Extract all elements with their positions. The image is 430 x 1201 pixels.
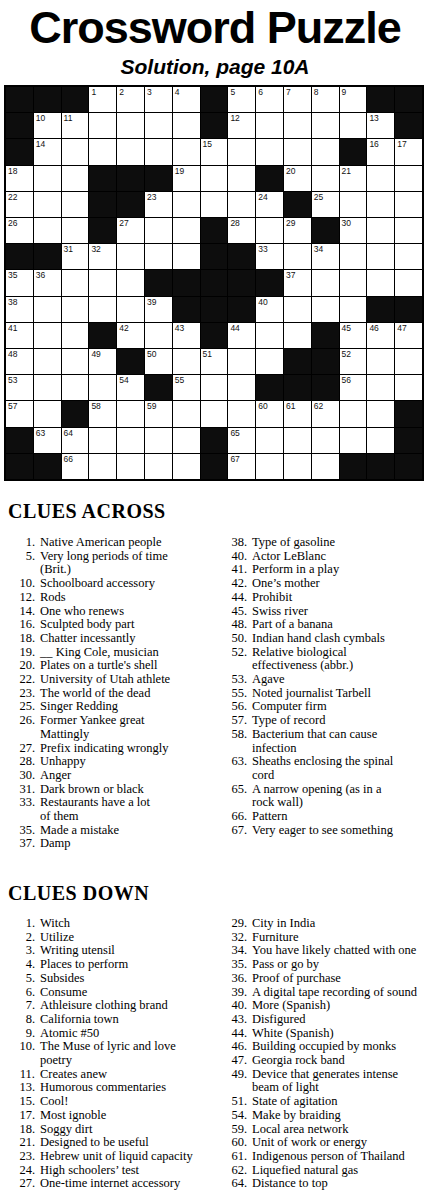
- clue-down-49: 49.Device that generates intensebeam of …: [222, 1068, 430, 1095]
- grid-cell-r1c7[interactable]: 4: [173, 87, 200, 112]
- grid-cell-r3c5[interactable]: [117, 139, 144, 164]
- grid-cell-r9c9: [228, 297, 255, 322]
- grid-cell-r2c4[interactable]: [89, 113, 116, 138]
- clue-number: 30.: [10, 769, 35, 783]
- grid-cell-r8c7: [173, 270, 200, 295]
- grid-cell-r8c1[interactable]: 35: [6, 270, 33, 295]
- clue-number: 14.: [10, 605, 35, 619]
- clue-across-26: 26.Former Yankee greatMattingly: [10, 714, 216, 741]
- clue-down-60: 60.Unit of work or energy: [222, 1136, 430, 1150]
- grid-cell-r1c4[interactable]: 1: [89, 87, 116, 112]
- grid-cell-r2c9[interactable]: 12: [228, 113, 255, 138]
- grid-cell-r3c2[interactable]: 14: [34, 139, 61, 164]
- clue-text: One’s mother: [252, 577, 430, 591]
- grid-cell-r10c10[interactable]: [256, 323, 283, 348]
- clue-text: State of agitation: [252, 1095, 430, 1109]
- clue-text: Pass or go by: [252, 958, 430, 972]
- grid-cell-r10c2[interactable]: [34, 323, 61, 348]
- grid-cell-r11c4[interactable]: 49: [89, 349, 116, 374]
- grid-cell-r5c6[interactable]: 23: [145, 192, 172, 217]
- grid-cell-r1c10[interactable]: 6: [256, 87, 283, 112]
- grid-cell-r14c5[interactable]: [117, 428, 144, 453]
- clue-text: Very long periods of time(Brit.): [40, 550, 216, 577]
- grid-cell-r10c5[interactable]: 42: [117, 323, 144, 348]
- grid-cell-r6c9[interactable]: 28: [228, 218, 255, 243]
- clue-down-39: 39.A digital tape recording of sound: [222, 986, 430, 1000]
- grid-cell-r11c10[interactable]: [256, 349, 283, 374]
- grid-cell-r2c11[interactable]: [284, 113, 311, 138]
- grid-cell-r15c7[interactable]: [173, 454, 200, 479]
- grid-cell-r13c10[interactable]: 60: [256, 401, 283, 426]
- clue-down-29: 29.City in India: [222, 917, 430, 931]
- grid-cell-r8c14[interactable]: [367, 270, 394, 295]
- grid-cell-r4c2[interactable]: [34, 166, 61, 191]
- grid-cell-r7c15[interactable]: [395, 244, 422, 269]
- cell-number: 10: [36, 113, 45, 123]
- grid-cell-r4c11[interactable]: 20: [284, 166, 311, 191]
- clue-number: 53.: [222, 673, 247, 687]
- grid-cell-r15c4[interactable]: [89, 454, 116, 479]
- clue-text: Chatter incessantly: [40, 632, 216, 646]
- grid-cell-r13c9[interactable]: [228, 401, 255, 426]
- grid-cell-r12c4[interactable]: [89, 375, 116, 400]
- grid-cell-r13c8[interactable]: [201, 401, 228, 426]
- grid-cell-r2c2[interactable]: 10: [34, 113, 61, 138]
- cell-number: 41: [8, 323, 17, 333]
- grid-cell-r2c6[interactable]: [145, 113, 172, 138]
- cell-number: 55: [175, 375, 184, 385]
- grid-cell-r9c4[interactable]: [89, 297, 116, 322]
- grid-cell-r14c4[interactable]: [89, 428, 116, 453]
- cell-number: 16: [369, 139, 378, 149]
- clue-text: You have likely chatted with one: [252, 944, 430, 958]
- cell-number: 61: [286, 401, 295, 411]
- clue-number: 52.: [222, 646, 247, 673]
- grid-cell-r6c3[interactable]: [62, 218, 89, 243]
- grid-cell-r2c14[interactable]: 13: [367, 113, 394, 138]
- cell-number: 48: [8, 349, 17, 359]
- cell-number: 26: [8, 218, 17, 228]
- grid-cell-r12c15[interactable]: [395, 375, 422, 400]
- grid-cell-r11c6[interactable]: 50: [145, 349, 172, 374]
- clue-down-51: 51.State of agitation: [222, 1095, 430, 1109]
- grid-cell-r13c14[interactable]: [367, 401, 394, 426]
- grid-cell-r6c14[interactable]: [367, 218, 394, 243]
- grid-cell-r14c11[interactable]: [284, 428, 311, 453]
- clue-across-53: 53.Agave: [222, 673, 430, 687]
- grid-cell-r12c3[interactable]: [62, 375, 89, 400]
- cell-number: 63: [36, 428, 45, 438]
- grid-cell-r9c2[interactable]: [34, 297, 61, 322]
- grid-cell-r15c12[interactable]: [312, 454, 339, 479]
- grid-cell-r10c9[interactable]: 44: [228, 323, 255, 348]
- grid-cell-r9c11[interactable]: [284, 297, 311, 322]
- clue-text: Furniture: [252, 931, 430, 945]
- clue-text: Anger: [40, 769, 216, 783]
- clue-text: Unit of work or energy: [252, 1136, 430, 1150]
- grid-cell-r7c13[interactable]: [340, 244, 367, 269]
- clue-text: Type of record: [252, 714, 430, 728]
- grid-cell-r7c10[interactable]: 33: [256, 244, 283, 269]
- grid-cell-r14c3[interactable]: 64: [62, 428, 89, 453]
- clue-number: 41.: [222, 563, 247, 577]
- grid-cell-r3c7[interactable]: [173, 139, 200, 164]
- clue-text: Utilize: [40, 931, 216, 945]
- cell-number: 29: [286, 218, 295, 228]
- grid-cell-r8c9: [228, 270, 255, 295]
- grid-cell-r2c13[interactable]: [340, 113, 367, 138]
- clue-text: Distance to top: [252, 1177, 430, 1191]
- grid-cell-r15c5[interactable]: [117, 454, 144, 479]
- clue-number: 51.: [222, 1095, 247, 1109]
- grid-cell-r7c12[interactable]: 34: [312, 244, 339, 269]
- grid-cell-r2c3[interactable]: 11: [62, 113, 89, 138]
- clue-across-55: 55.Noted journalist Tarbell: [222, 687, 430, 701]
- grid-cell-r9c13[interactable]: [340, 297, 367, 322]
- grid-cell-r5c3[interactable]: [62, 192, 89, 217]
- clue-across-14: 14.One who renews: [10, 605, 216, 619]
- grid-cell-r13c12[interactable]: 62: [312, 401, 339, 426]
- grid-cell-r9c15: [395, 297, 422, 322]
- clue-across-67: 67.Very eager to see something: [222, 824, 430, 838]
- grid-cell-r3c3[interactable]: [62, 139, 89, 164]
- grid-cell-r10c3[interactable]: [62, 323, 89, 348]
- clue-down-44: 44.White (Spanish): [222, 1027, 430, 1041]
- grid-cell-r9c5[interactable]: [117, 297, 144, 322]
- grid-cell-r14c6[interactable]: [145, 428, 172, 453]
- grid-cell-r14c13[interactable]: [340, 428, 367, 453]
- clue-text: Restaurants have a lotof them: [40, 796, 216, 823]
- grid-cell-r15c15: [395, 454, 422, 479]
- grid-cell-r4c3[interactable]: [62, 166, 89, 191]
- grid-cell-r7c6[interactable]: [145, 244, 172, 269]
- clue-across-16: 16.Sculpted body part: [10, 618, 216, 632]
- grid-cell-r3c4[interactable]: [89, 139, 116, 164]
- clue-number: 59.: [222, 1123, 247, 1137]
- grid-cell-r3c9[interactable]: [228, 139, 255, 164]
- grid-cell-r8c15[interactable]: [395, 270, 422, 295]
- clue-number: 24.: [10, 1164, 35, 1178]
- grid-cell-r11c9[interactable]: [228, 349, 255, 374]
- clue-text: Local area network: [252, 1123, 430, 1137]
- grid-cell-r8c2[interactable]: 36: [34, 270, 61, 295]
- clue-text: California town: [40, 1013, 216, 1027]
- clue-number: 62.: [222, 1164, 247, 1178]
- grid-cell-r6c13[interactable]: 30: [340, 218, 367, 243]
- clue-number: 37.: [10, 837, 35, 851]
- grid-cell-r11c2[interactable]: [34, 349, 61, 374]
- clue-down-62: 62.Liquefied natural gas: [222, 1164, 430, 1178]
- cell-number: 23: [147, 192, 156, 202]
- grid-cell-r8c6: [145, 270, 172, 295]
- grid-cell-r11c3[interactable]: [62, 349, 89, 374]
- grid-cell-r3c6[interactable]: [145, 139, 172, 164]
- grid-cell-r1c15: [395, 87, 422, 112]
- grid-cell-r14c9[interactable]: 65: [228, 428, 255, 453]
- clue-number: 31.: [10, 783, 35, 797]
- clue-text: Georgia rock band: [252, 1054, 430, 1068]
- grid-cell-r13c1[interactable]: 57: [6, 401, 33, 426]
- grid-cell-r2c12[interactable]: [312, 113, 339, 138]
- grid-cell-r7c8: [201, 244, 228, 269]
- grid-cell-r1c5[interactable]: 2: [117, 87, 144, 112]
- grid-cell-r5c14[interactable]: [367, 192, 394, 217]
- cell-number: 52: [342, 349, 351, 359]
- grid-cell-r13c2[interactable]: [34, 401, 61, 426]
- clue-text: Building occupied by monks: [252, 1040, 430, 1054]
- clue-number: 33.: [10, 796, 35, 823]
- grid-cell-r10c7[interactable]: 43: [173, 323, 200, 348]
- grid-cell-r4c15[interactable]: [395, 166, 422, 191]
- grid-cell-r5c12[interactable]: 25: [312, 192, 339, 217]
- clue-number: 35.: [222, 958, 247, 972]
- cell-number: 24: [258, 192, 267, 202]
- grid-cell-r13c11[interactable]: 61: [284, 401, 311, 426]
- grid-cell-r11c8[interactable]: 51: [201, 349, 228, 374]
- grid-cell-r11c12: [312, 349, 339, 374]
- clue-down-54: 54.Make by braiding: [222, 1109, 430, 1123]
- clue-down-59: 59.Local area network: [222, 1123, 430, 1137]
- grid-cell-r14c14[interactable]: [367, 428, 394, 453]
- grid-cell-r10c13[interactable]: 45: [340, 323, 367, 348]
- clue-text: Perform in a play: [252, 563, 430, 577]
- cell-number: 9: [342, 87, 347, 97]
- grid-cell-r4c14[interactable]: [367, 166, 394, 191]
- grid-cell-r1c13[interactable]: 9: [340, 87, 367, 112]
- cell-number: 57: [8, 401, 17, 411]
- grid-cell-r6c2[interactable]: [34, 218, 61, 243]
- cell-number: 27: [119, 218, 128, 228]
- grid-cell-r4c13[interactable]: 21: [340, 166, 367, 191]
- cell-number: 65: [230, 428, 239, 438]
- grid-cell-r9c8: [201, 297, 228, 322]
- grid-cell-r2c5[interactable]: [117, 113, 144, 138]
- clue-number: 19.: [10, 646, 35, 660]
- grid-cell-r10c14[interactable]: 46: [367, 323, 394, 348]
- grid-cell-r1c12[interactable]: 8: [312, 87, 339, 112]
- grid-cell-r15c10[interactable]: [256, 454, 283, 479]
- grid-cell-r13c13[interactable]: [340, 401, 367, 426]
- grid-cell-r7c14[interactable]: [367, 244, 394, 269]
- clue-number: 21.: [10, 1136, 35, 1150]
- cell-number: 12: [230, 113, 239, 123]
- grid-cell-r12c13[interactable]: 56: [340, 375, 367, 400]
- grid-cell-r9c6[interactable]: 39: [145, 297, 172, 322]
- grid-cell-r8c3[interactable]: [62, 270, 89, 295]
- clue-number: 6.: [10, 986, 35, 1000]
- grid-cell-r11c1[interactable]: 48: [6, 349, 33, 374]
- grid-cell-r9c10[interactable]: 40: [256, 297, 283, 322]
- grid-cell-r15c6[interactable]: [145, 454, 172, 479]
- grid-cell-r8c12[interactable]: [312, 270, 339, 295]
- grid-cell-r8c5[interactable]: [117, 270, 144, 295]
- clue-text: Singer Redding: [40, 700, 216, 714]
- grid-cell-r3c12[interactable]: [312, 139, 339, 164]
- clue-across-12: 12.Rods: [10, 591, 216, 605]
- grid-cell-r2c10[interactable]: [256, 113, 283, 138]
- grid-cell-r14c12[interactable]: [312, 428, 339, 453]
- grid-cell-r5c1[interactable]: 22: [6, 192, 33, 217]
- grid-cell-r1c8: [201, 87, 228, 112]
- clue-number: 60.: [222, 1136, 247, 1150]
- clue-across-65: 65.A narrow opening (as in arock wall): [222, 783, 430, 810]
- cell-number: 44: [230, 323, 239, 333]
- clue-text: __ King Cole, musician: [40, 646, 216, 660]
- crossword-page: { "game": "crossword", "title": "Crosswo…: [0, 0, 430, 1201]
- clue-number: 61.: [222, 1150, 247, 1164]
- clue-text: Indigenous person of Thailand: [252, 1150, 430, 1164]
- clue-text: Hebrew unit of liquid capacity: [40, 1150, 216, 1164]
- grid-cell-r9c7: [173, 297, 200, 322]
- grid-cell-r10c15[interactable]: 47: [395, 323, 422, 348]
- clue-across-58: 58.Bacterium that can causeinfection: [222, 728, 430, 755]
- grid-cell-r11c15[interactable]: [395, 349, 422, 374]
- grid-cell-r9c12[interactable]: [312, 297, 339, 322]
- grid-cell-r7c4[interactable]: 32: [89, 244, 116, 269]
- clue-text: Pattern: [252, 810, 430, 824]
- cell-number: 37: [286, 270, 295, 280]
- clue-down-11: 11.Creates anew: [10, 1068, 216, 1082]
- grid-cell-r6c15[interactable]: [395, 218, 422, 243]
- grid-cell-r4c1[interactable]: 18: [6, 166, 33, 191]
- cell-number: 35: [8, 270, 17, 280]
- grid-cell-r1c1: [6, 87, 33, 112]
- grid-cell-r5c8[interactable]: [201, 192, 228, 217]
- cell-number: 17: [397, 139, 406, 149]
- grid-cell-r6c7[interactable]: [173, 218, 200, 243]
- clue-across-66: 66.Pattern: [222, 810, 430, 824]
- grid-cell-r13c5[interactable]: [117, 401, 144, 426]
- grid-cell-r10c6[interactable]: [145, 323, 172, 348]
- clue-across-5: 5.Very long periods of time(Brit.): [10, 550, 216, 577]
- grid-cell-r11c13[interactable]: 52: [340, 349, 367, 374]
- grid-cell-r11c7[interactable]: [173, 349, 200, 374]
- clue-text: Cool!: [40, 1095, 216, 1109]
- grid-cell-r3c14[interactable]: 16: [367, 139, 394, 164]
- grid-cell-r12c14[interactable]: [367, 375, 394, 400]
- grid-cell-r12c8[interactable]: [201, 375, 228, 400]
- clues-down-header: CLUES DOWN: [8, 882, 149, 905]
- clue-text: Made a mistake: [40, 824, 216, 838]
- grid-cell-r11c14[interactable]: [367, 349, 394, 374]
- grid-cell-r3c15[interactable]: 17: [395, 139, 422, 164]
- clue-text: Former Yankee greatMattingly: [40, 714, 216, 741]
- grid-cell-r15c9[interactable]: 67: [228, 454, 255, 479]
- down-clues-left-column: 1.Witch2.Utilize3.Writing utensil4.Place…: [10, 917, 216, 1191]
- cell-number: 64: [64, 428, 73, 438]
- grid-cell-r10c11[interactable]: [284, 323, 311, 348]
- grid-cell-r14c7[interactable]: [173, 428, 200, 453]
- grid-cell-r10c1[interactable]: 41: [6, 323, 33, 348]
- clue-down-5: 5.Subsides: [10, 972, 216, 986]
- clue-number: 13.: [10, 1081, 35, 1095]
- cell-number: 6: [258, 87, 263, 97]
- clue-across-41: 41.Perform in a play: [222, 563, 430, 577]
- grid-cell-r15c11[interactable]: [284, 454, 311, 479]
- grid-cell-r3c10[interactable]: [256, 139, 283, 164]
- grid-cell-r10c8: [201, 323, 228, 348]
- grid-cell-r5c10[interactable]: 24: [256, 192, 283, 217]
- grid-cell-r5c4: [89, 192, 116, 217]
- grid-cell-r13c4[interactable]: 58: [89, 401, 116, 426]
- grid-cell-r6c10[interactable]: [256, 218, 283, 243]
- grid-cell-r4c7[interactable]: 19: [173, 166, 200, 191]
- grid-cell-r12c7[interactable]: 55: [173, 375, 200, 400]
- grid-cell-r5c2[interactable]: [34, 192, 61, 217]
- grid-cell-r13c6[interactable]: 59: [145, 401, 172, 426]
- grid-cell-r9c1[interactable]: 38: [6, 297, 33, 322]
- clue-number: 27.: [10, 742, 35, 756]
- grid-cell-r12c2[interactable]: [34, 375, 61, 400]
- grid-cell-r14c2[interactable]: 63: [34, 428, 61, 453]
- clue-text: More (Spanish): [252, 999, 430, 1013]
- grid-cell-r4c12[interactable]: [312, 166, 339, 191]
- clue-across-45: 45.Swiss river: [222, 605, 430, 619]
- clue-down-35: 35.Pass or go by: [222, 958, 430, 972]
- grid-cell-r7c11[interactable]: [284, 244, 311, 269]
- grid-cell-r9c3[interactable]: [62, 297, 89, 322]
- grid-cell-r12c5[interactable]: 54: [117, 375, 144, 400]
- clue-across-52: 52.Relative biologicaleffectiveness (abb…: [222, 646, 430, 673]
- grid-cell-r15c3[interactable]: 66: [62, 454, 89, 479]
- grid-cell-r5c7[interactable]: [173, 192, 200, 217]
- grid-cell-r7c3[interactable]: 31: [62, 244, 89, 269]
- clue-down-1: 1.Witch: [10, 917, 216, 931]
- grid-cell-r12c1[interactable]: 53: [6, 375, 33, 400]
- grid-cell-r3c11[interactable]: [284, 139, 311, 164]
- clue-text: Most ignoble: [40, 1109, 216, 1123]
- grid-cell-r1c11[interactable]: 7: [284, 87, 311, 112]
- clue-text: Rods: [40, 591, 216, 605]
- clue-across-35: 35.Made a mistake: [10, 824, 216, 838]
- grid-cell-r12c9[interactable]: [228, 375, 255, 400]
- clue-number: 40.: [222, 550, 247, 564]
- grid-cell-r8c8: [201, 270, 228, 295]
- grid-cell-r5c13[interactable]: [340, 192, 367, 217]
- clue-across-31: 31.Dark brown or black: [10, 783, 216, 797]
- clue-down-4: 4.Places to perform: [10, 958, 216, 972]
- grid-cell-r1c9[interactable]: 5: [228, 87, 255, 112]
- grid-cell-r1c6[interactable]: 3: [145, 87, 172, 112]
- grid-cell-r6c11[interactable]: 29: [284, 218, 311, 243]
- clues-across-header: CLUES ACROSS: [8, 500, 166, 523]
- grid-cell-r2c7[interactable]: [173, 113, 200, 138]
- grid-cell-r5c15[interactable]: [395, 192, 422, 217]
- grid-cell-r4c8[interactable]: [201, 166, 228, 191]
- clue-text: Soggy dirt: [40, 1123, 216, 1137]
- grid-cell-r6c5[interactable]: 27: [117, 218, 144, 243]
- grid-cell-r7c5[interactable]: [117, 244, 144, 269]
- grid-cell-r14c10[interactable]: [256, 428, 283, 453]
- grid-cell-r8c4[interactable]: [89, 270, 116, 295]
- clue-across-20: 20.Plates on a turtle's shell: [10, 659, 216, 673]
- clue-across-37: 37.Damp: [10, 837, 216, 851]
- grid-cell-r8c13[interactable]: [340, 270, 367, 295]
- grid-cell-r3c8[interactable]: 15: [201, 139, 228, 164]
- clue-down-10: 10.The Muse of lyric and lovepoetry: [10, 1040, 216, 1067]
- clue-number: 1.: [10, 536, 35, 550]
- grid-cell-r8c11[interactable]: 37: [284, 270, 311, 295]
- clue-down-3: 3.Writing utensil: [10, 944, 216, 958]
- grid-cell-r9c14: [367, 297, 394, 322]
- crossword-grid: 1234567891011121314151617181920212223242…: [4, 85, 424, 481]
- grid-cell-r5c9[interactable]: [228, 192, 255, 217]
- grid-cell-r4c9[interactable]: [228, 166, 255, 191]
- grid-cell-r7c7[interactable]: [173, 244, 200, 269]
- grid-cell-r13c7[interactable]: [173, 401, 200, 426]
- grid-cell-r6c1[interactable]: 26: [6, 218, 33, 243]
- grid-cell-r6c6[interactable]: [145, 218, 172, 243]
